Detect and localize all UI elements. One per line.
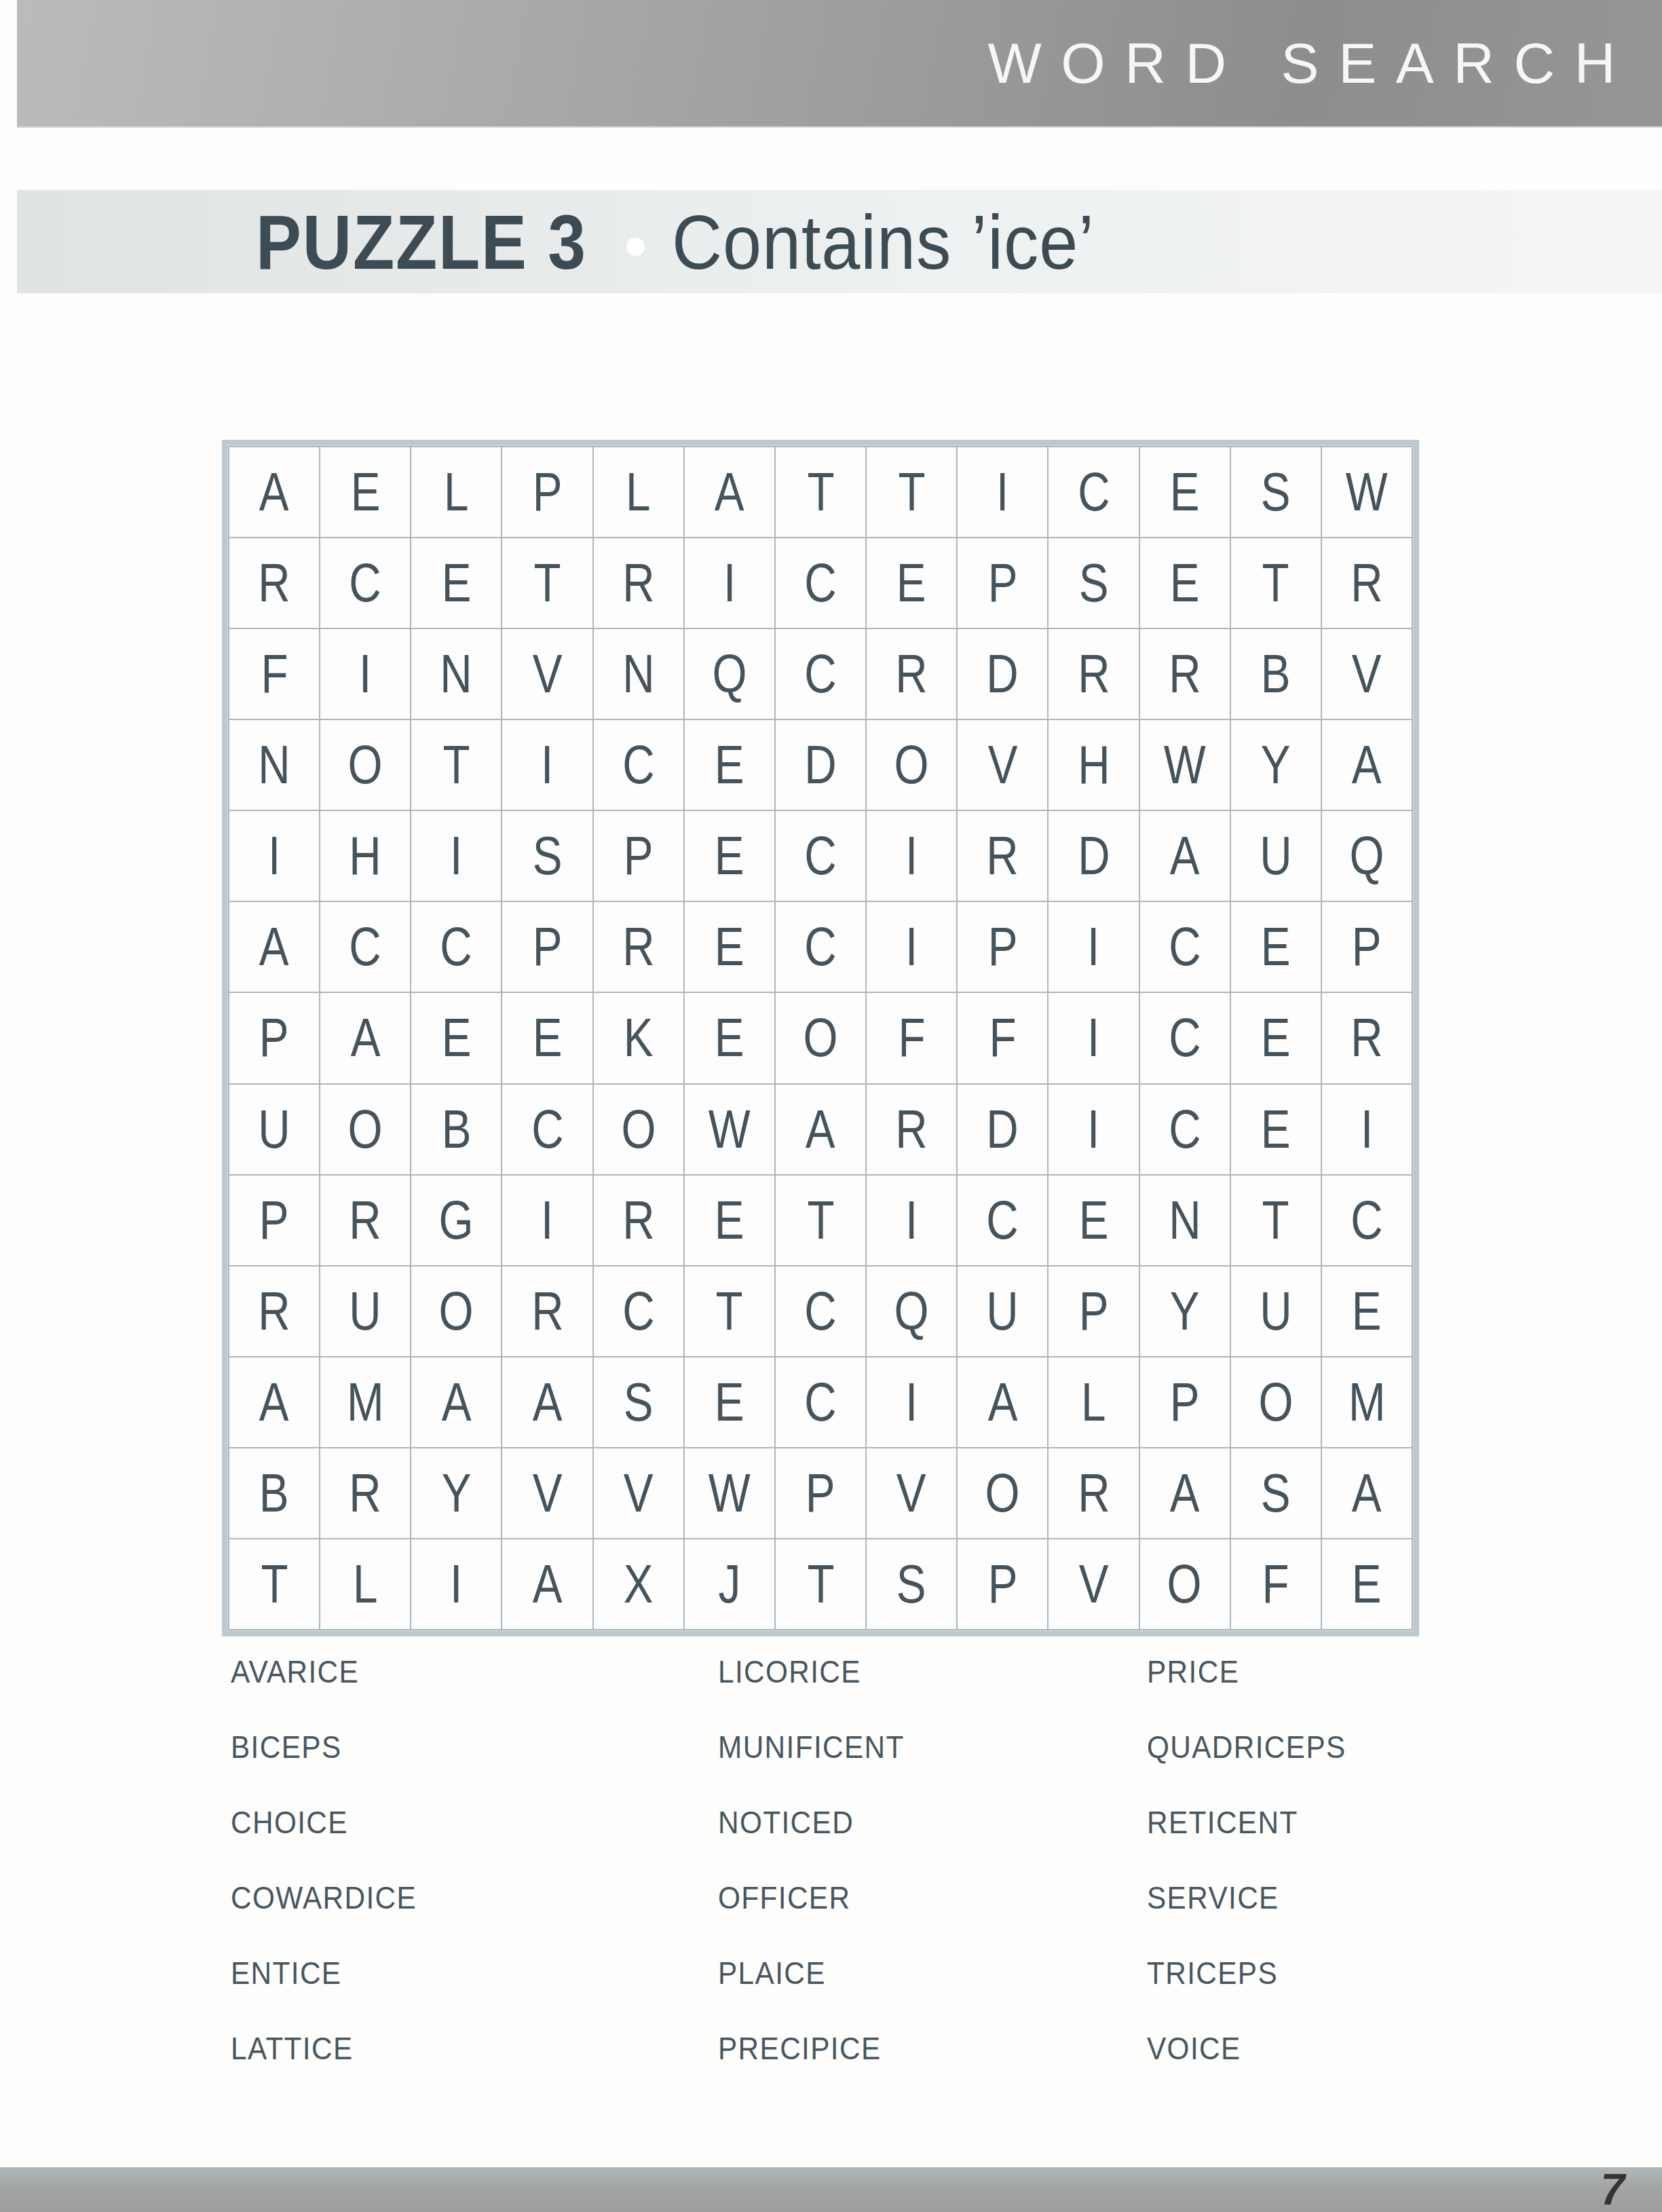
grid-cell[interactable]: A xyxy=(229,902,319,992)
grid-letter: B xyxy=(441,1102,471,1157)
word-label: TRICEPS xyxy=(1147,1957,1278,1989)
grid-letter: P xyxy=(1170,1375,1200,1429)
grid-letter: C xyxy=(1169,1102,1201,1157)
word-label: QUADRICEPS xyxy=(1147,1731,1346,1763)
grid-letter: R xyxy=(350,1466,381,1520)
grid-cell[interactable]: E xyxy=(685,811,774,901)
grid-cell[interactable]: C xyxy=(1140,1085,1230,1174)
grid-cell[interactable]: F xyxy=(229,629,319,719)
grid-letter: A xyxy=(533,1557,563,1611)
grid-cell[interactable]: I xyxy=(229,811,319,901)
grid-letter: R xyxy=(622,1193,654,1248)
grid-cell[interactable]: F xyxy=(867,993,956,1083)
grid-letter: E xyxy=(441,556,471,610)
grid-cell[interactable]: P xyxy=(958,902,1047,992)
grid-cell[interactable]: P xyxy=(958,1539,1047,1629)
grid-letter: I xyxy=(1087,1011,1099,1065)
grid-letter: A xyxy=(259,1375,289,1429)
grid-cell[interactable]: A xyxy=(1140,811,1230,901)
grid-cell[interactable]: U xyxy=(958,1267,1047,1356)
grid-letter: Y xyxy=(1170,1284,1200,1338)
grid-letter: T xyxy=(1262,1193,1289,1248)
grid-letter: P xyxy=(987,556,1017,610)
grid-cell[interactable]: N xyxy=(1140,1176,1230,1265)
grid-cell[interactable]: R xyxy=(320,1176,410,1265)
grid-letter: C xyxy=(1169,920,1201,974)
grid-letter: O xyxy=(439,1284,474,1338)
grid-cell[interactable]: W xyxy=(1140,720,1230,810)
grid-letter: F xyxy=(898,1011,925,1065)
grid-cell[interactable]: I xyxy=(958,447,1047,537)
grid-cell[interactable]: E xyxy=(320,447,410,537)
grid-cell[interactable]: C xyxy=(594,720,683,810)
grid-cell[interactable]: D xyxy=(1049,811,1138,901)
grid-cell[interactable]: P xyxy=(958,538,1047,628)
grid-cell[interactable]: C xyxy=(776,902,865,992)
grid-letter: V xyxy=(1079,1557,1109,1611)
grid-cell[interactable]: R xyxy=(1049,629,1138,719)
grid-cell[interactable]: C xyxy=(1049,447,1138,537)
grid-cell[interactable]: I xyxy=(411,811,501,901)
grid-letter: A xyxy=(533,1375,563,1429)
grid-letter: Q xyxy=(1349,829,1384,883)
grid-letter: F xyxy=(261,647,288,701)
word-item: QUADRICEPS xyxy=(1147,1731,1621,1807)
page-number: 7 xyxy=(1600,2168,1662,2211)
grid-cell[interactable]: T xyxy=(411,720,501,810)
grid-letter: G xyxy=(439,1193,474,1248)
word-label: MUNIFICENT xyxy=(718,1731,905,1763)
grid-letter: A xyxy=(350,1011,380,1065)
grid-letter: R xyxy=(531,1284,563,1338)
grid-cell[interactable]: Q xyxy=(1322,811,1412,901)
grid-cell[interactable]: T xyxy=(776,447,865,537)
grid-cell[interactable]: T xyxy=(1231,1176,1321,1265)
grid-letter: R xyxy=(895,647,927,701)
grid-cell[interactable]: L xyxy=(1049,1357,1138,1447)
grid-cell[interactable]: H xyxy=(1049,720,1138,810)
grid-letter: A xyxy=(1352,1466,1382,1520)
grid-letter: C xyxy=(1351,1193,1382,1248)
grid-cell[interactable]: S xyxy=(1049,538,1138,628)
grid-letter: P xyxy=(624,829,654,883)
grid-letter: U xyxy=(258,1102,290,1157)
word-label: NOTICED xyxy=(718,1807,854,1838)
grid-cell[interactable]: I xyxy=(411,1539,501,1629)
grid-letter: C xyxy=(350,920,381,974)
grid-cell[interactable]: E xyxy=(685,720,774,810)
grid-cell[interactable]: R xyxy=(594,1176,683,1265)
grid-cell[interactable]: T xyxy=(685,1267,774,1356)
grid-cell[interactable]: C xyxy=(1322,1176,1412,1265)
grid-cell[interactable]: J xyxy=(685,1539,774,1629)
grid-letter: H xyxy=(350,829,381,883)
word-item: SERVICE xyxy=(1147,1882,1621,1957)
grid-cell[interactable]: L xyxy=(411,447,501,537)
grid-cell[interactable]: S xyxy=(1231,1448,1321,1538)
word-item: BICEPS xyxy=(231,1731,718,1807)
grid-cell[interactable]: E xyxy=(867,538,956,628)
grid-cell[interactable]: C xyxy=(320,538,410,628)
grid-cell[interactable]: A xyxy=(229,447,319,537)
grid-cell[interactable]: E xyxy=(685,993,774,1083)
word-label: PRICE xyxy=(1147,1656,1239,1687)
grid-cell[interactable]: E xyxy=(1322,1267,1412,1356)
grid-cell[interactable]: A xyxy=(502,1539,592,1629)
grid-cell[interactable]: E xyxy=(1231,1085,1321,1174)
grid-cell[interactable]: K xyxy=(594,993,683,1083)
grid-cell[interactable]: V xyxy=(867,1448,956,1538)
grid-cell[interactable]: R xyxy=(1322,538,1412,628)
word-label: COWARDICE xyxy=(231,1882,417,1913)
grid-cell[interactable]: G xyxy=(411,1176,501,1265)
grid-cell[interactable]: T xyxy=(867,447,956,537)
grid-cell[interactable]: Y xyxy=(411,1448,501,1538)
grid-cell[interactable]: B xyxy=(1231,629,1321,719)
word-item: RETICENT xyxy=(1147,1807,1621,1882)
grid-cell[interactable]: D xyxy=(958,1085,1047,1174)
grid-cell[interactable]: O xyxy=(776,993,865,1083)
grid-cell[interactable]: R xyxy=(320,1448,410,1538)
grid-letter: A xyxy=(1352,738,1382,792)
grid-cell[interactable]: E xyxy=(1140,538,1230,628)
grid-cell[interactable]: U xyxy=(229,1085,319,1174)
grid-cell[interactable]: E xyxy=(502,993,592,1083)
grid-letter: C xyxy=(804,647,836,701)
grid-cell[interactable]: C xyxy=(776,1267,865,1356)
grid-letter: B xyxy=(259,1466,289,1520)
grid-letter: P xyxy=(533,465,563,519)
grid-letter: O xyxy=(985,1466,1020,1520)
grid-letter: P xyxy=(533,920,563,974)
word-item: LICORICE xyxy=(718,1656,1147,1731)
grid-letter: E xyxy=(1261,920,1291,974)
grid-cell[interactable]: T xyxy=(776,1539,865,1629)
grid-letter: A xyxy=(259,920,289,974)
grid-letter: T xyxy=(442,738,470,792)
grid-letter: E xyxy=(350,465,380,519)
grid-cell[interactable]: I xyxy=(502,720,592,810)
grid-cell[interactable]: O xyxy=(594,1085,683,1174)
grid-cell[interactable]: H xyxy=(320,811,410,901)
grid-letter: L xyxy=(626,465,650,519)
grid-letter: I xyxy=(1087,1102,1099,1157)
grid-cell[interactable]: V xyxy=(1049,1539,1138,1629)
grid-cell[interactable]: R xyxy=(594,902,683,992)
grid-cell[interactable]: Q xyxy=(685,629,774,719)
grid-cell[interactable]: A xyxy=(1322,1448,1412,1538)
grid-letter: A xyxy=(987,1375,1017,1429)
grid-cell[interactable]: C xyxy=(1140,902,1230,992)
grid-cell[interactable]: F xyxy=(1231,1539,1321,1629)
grid-cell[interactable]: C xyxy=(776,1357,865,1447)
grid-letter: X xyxy=(624,1557,654,1611)
grid-letter: W xyxy=(1346,465,1388,519)
grid-cell[interactable]: L xyxy=(594,447,683,537)
word-label: OFFICER xyxy=(718,1882,850,1913)
grid-cell[interactable]: T xyxy=(229,1539,319,1629)
grid-cell[interactable]: W xyxy=(1322,447,1412,537)
grid-cell[interactable]: Y xyxy=(1140,1267,1230,1356)
grid-cell[interactable]: O xyxy=(1140,1539,1230,1629)
grid-cell[interactable]: C xyxy=(320,902,410,992)
grid-letter: C xyxy=(1078,465,1110,519)
grid-cell[interactable]: I xyxy=(685,538,774,628)
grid-cell[interactable]: P xyxy=(594,811,683,901)
grid-cell[interactable]: I xyxy=(867,902,956,992)
grid-cell[interactable]: E xyxy=(685,1357,774,1447)
grid-letter: I xyxy=(1087,920,1099,974)
grid-cell[interactable]: Q xyxy=(867,1267,956,1356)
grid-letter: O xyxy=(1167,1557,1202,1611)
grid-letter: Y xyxy=(441,1466,471,1520)
grid-cell[interactable]: O xyxy=(867,720,956,810)
grid-cell[interactable]: O xyxy=(958,1448,1047,1538)
grid-letter: E xyxy=(1352,1284,1382,1338)
grid-cell[interactable]: W xyxy=(685,1448,774,1538)
grid-letter: R xyxy=(1351,1011,1382,1065)
header-bar: WORD SEARCH xyxy=(17,0,1662,126)
grid-letter: O xyxy=(1258,1375,1293,1429)
grid-cell[interactable]: E xyxy=(411,993,501,1083)
grid-letter: I xyxy=(905,920,918,974)
grid-cell[interactable]: L xyxy=(320,1539,410,1629)
grid-letter: P xyxy=(987,920,1017,974)
word-label: LICORICE xyxy=(718,1656,861,1687)
grid-cell[interactable]: A xyxy=(776,1085,865,1174)
title-separator-dot-icon xyxy=(626,238,645,256)
grid-cell[interactable]: R xyxy=(1049,1448,1138,1538)
grid-cell[interactable]: E xyxy=(685,902,774,992)
grid-cell[interactable]: S xyxy=(867,1539,956,1629)
grid-cell[interactable]: R xyxy=(594,538,683,628)
grid-cell[interactable]: E xyxy=(1140,447,1230,537)
grid-letter: E xyxy=(715,1375,744,1429)
grid-letter: A xyxy=(1170,1466,1200,1520)
grid-letter: V xyxy=(533,1466,563,1520)
grid-cell[interactable]: C xyxy=(502,1085,592,1174)
grid-cell[interactable]: M xyxy=(1322,1357,1412,1447)
grid-letter: N xyxy=(258,738,290,792)
grid-cell[interactable]: C xyxy=(776,538,865,628)
word-item: LATTICE xyxy=(231,2033,718,2108)
grid-cell[interactable]: V xyxy=(1322,629,1412,719)
grid-cell[interactable]: E xyxy=(1049,1176,1138,1265)
grid-letter: A xyxy=(441,1375,471,1429)
grid-cell[interactable]: R xyxy=(1322,993,1412,1083)
grid-cell[interactable]: V xyxy=(958,720,1047,810)
grid-letter: L xyxy=(1081,1375,1106,1429)
grid-cell[interactable]: U xyxy=(1231,811,1321,901)
grid-cell[interactable]: A xyxy=(320,993,410,1083)
grid-letter: R xyxy=(350,1193,381,1248)
grid-cell[interactable]: A xyxy=(1322,720,1412,810)
grid-letter: D xyxy=(1078,829,1110,883)
grid-cell[interactable]: R xyxy=(502,1267,592,1356)
grid-cell[interactable]: P xyxy=(1049,1267,1138,1356)
word-label: VOICE xyxy=(1147,2033,1241,2064)
grid-cell[interactable]: A xyxy=(411,1357,501,1447)
grid-cell[interactable]: E xyxy=(1322,1539,1412,1629)
grid-cell[interactable]: C xyxy=(776,811,865,901)
grid-letter: T xyxy=(807,465,834,519)
grid-cell[interactable]: I xyxy=(867,811,956,901)
grid-cell[interactable]: I xyxy=(1049,993,1138,1083)
grid-letter: V xyxy=(987,738,1017,792)
grid-letter: P xyxy=(987,1557,1017,1611)
word-item: PRICE xyxy=(1147,1656,1621,1731)
grid-letter: A xyxy=(806,1102,835,1157)
grid-cell[interactable]: C xyxy=(1140,993,1230,1083)
grid-cell[interactable]: S xyxy=(1231,447,1321,537)
grid-cell[interactable]: E xyxy=(1231,902,1321,992)
grid-letter: E xyxy=(1352,1557,1382,1611)
grid-cell[interactable]: I xyxy=(867,1357,956,1447)
word-label: AVARICE xyxy=(231,1656,359,1687)
grid-cell[interactable]: V xyxy=(502,1448,592,1538)
grid-cell[interactable]: C xyxy=(411,902,501,992)
word-list-column-3: PRICEQUADRICEPSRETICENTSERVICETRICEPSVOI… xyxy=(1147,1656,1621,2108)
grid-cell[interactable]: P xyxy=(229,993,319,1083)
grid-cell[interactable]: I xyxy=(1049,1085,1138,1174)
grid-cell[interactable]: P xyxy=(1140,1357,1230,1447)
grid-cell[interactable]: D xyxy=(776,720,865,810)
grid-letter: V xyxy=(1352,647,1382,701)
grid-letter: R xyxy=(258,1284,290,1338)
grid-letter: N xyxy=(1169,1193,1201,1248)
word-label: ENTICE xyxy=(231,1957,341,1989)
grid-letter: N xyxy=(622,647,654,701)
grid-letter: T xyxy=(261,1557,288,1611)
grid-letter: E xyxy=(1170,465,1200,519)
grid-cell[interactable]: F xyxy=(958,993,1047,1083)
grid-letter: K xyxy=(624,1011,654,1065)
grid-cell[interactable]: R xyxy=(229,538,319,628)
grid-cell[interactable]: W xyxy=(685,1085,774,1174)
grid-cell[interactable]: I xyxy=(867,1176,956,1265)
word-label: BICEPS xyxy=(231,1731,342,1763)
grid-cell[interactable]: A xyxy=(502,1357,592,1447)
grid-cell[interactable]: N xyxy=(594,629,683,719)
grid-letter: Q xyxy=(894,1284,929,1338)
grid-cell[interactable]: U xyxy=(320,1267,410,1356)
grid-letter: A xyxy=(715,465,744,519)
word-item: COWARDICE xyxy=(231,1882,718,1957)
grid-cell[interactable]: P xyxy=(229,1176,319,1265)
grid-cell[interactable]: X xyxy=(594,1539,683,1629)
grid-cell[interactable]: C xyxy=(776,629,865,719)
grid-letter: W xyxy=(709,1466,751,1520)
grid-cell[interactable]: C xyxy=(958,1176,1047,1265)
grid-letter: E xyxy=(441,1011,471,1065)
grid-cell[interactable]: R xyxy=(229,1267,319,1356)
grid-letter: E xyxy=(896,556,926,610)
grid-cell[interactable]: P xyxy=(1322,902,1412,992)
grid-cell[interactable]: P xyxy=(502,447,592,537)
grid-cell[interactable]: M xyxy=(320,1357,410,1447)
grid-cell[interactable]: N xyxy=(229,720,319,810)
grid-cell[interactable]: I xyxy=(502,1176,592,1265)
grid-cell[interactable]: A xyxy=(958,1357,1047,1447)
grid-cell[interactable]: T xyxy=(1231,538,1321,628)
grid-cell[interactable]: E xyxy=(1231,993,1321,1083)
grid-letter: S xyxy=(896,1557,926,1611)
grid-letter: I xyxy=(268,829,280,883)
grid-cell[interactable]: S xyxy=(594,1357,683,1447)
grid-cell[interactable]: E xyxy=(685,1176,774,1265)
grid-cell[interactable]: O xyxy=(320,1085,410,1174)
grid-cell[interactable]: I xyxy=(1049,902,1138,992)
word-item: CHOICE xyxy=(231,1807,718,1882)
grid-cell[interactable]: R xyxy=(1140,629,1230,719)
grid-cell[interactable]: I xyxy=(320,629,410,719)
grid-cell[interactable]: O xyxy=(320,720,410,810)
grid-letter: L xyxy=(444,465,468,519)
grid-cell[interactable]: U xyxy=(1231,1267,1321,1356)
grid-letter: C xyxy=(804,920,836,974)
grid-cell[interactable]: V xyxy=(502,629,592,719)
grid-cell[interactable]: A xyxy=(229,1357,319,1447)
grid-letter: Y xyxy=(1261,738,1291,792)
grid-cell[interactable]: T xyxy=(502,538,592,628)
grid-cell[interactable]: V xyxy=(594,1448,683,1538)
word-label: PRECIPICE xyxy=(718,2033,882,2064)
word-label: PLAICE xyxy=(718,1957,826,1989)
grid-letter: D xyxy=(804,738,836,792)
grid-cell[interactable]: N xyxy=(411,629,501,719)
grid-cell[interactable]: O xyxy=(411,1267,501,1356)
grid-letter: O xyxy=(621,1102,656,1157)
grid-letter: I xyxy=(996,465,1008,519)
grid-letter: W xyxy=(1164,738,1206,792)
grid-cell[interactable]: E xyxy=(411,538,501,628)
grid-letter: E xyxy=(715,738,744,792)
grid-letter: F xyxy=(1262,1557,1289,1611)
grid-cell[interactable]: A xyxy=(685,447,774,537)
grid-cell[interactable]: R xyxy=(867,629,956,719)
grid-cell[interactable]: S xyxy=(502,811,592,901)
grid-letter: E xyxy=(1170,556,1200,610)
grid-cell[interactable]: D xyxy=(958,629,1047,719)
grid-letter: I xyxy=(1361,1102,1373,1157)
grid-cell[interactable]: I xyxy=(1322,1085,1412,1174)
grid-letter: R xyxy=(1078,1466,1110,1520)
grid-cell[interactable]: O xyxy=(1231,1357,1321,1447)
grid-cell[interactable]: P xyxy=(502,902,592,992)
grid-letter: R xyxy=(895,1102,927,1157)
grid-cell[interactable]: B xyxy=(229,1448,319,1538)
grid-letter: P xyxy=(806,1466,835,1520)
grid-letter: B xyxy=(1261,647,1291,701)
grid-letter: E xyxy=(1079,1193,1109,1248)
grid-cell[interactable]: T xyxy=(776,1176,865,1265)
grid-cell[interactable]: P xyxy=(776,1448,865,1538)
grid-letter: C xyxy=(987,1193,1019,1248)
grid-letter: U xyxy=(350,1284,381,1338)
word-search-grid: AELPLATTICESWRCETRICEPSETRFINVNQCRDRRBVN… xyxy=(222,440,1419,1636)
grid-cell[interactable]: B xyxy=(411,1085,501,1174)
grid-cell[interactable]: R xyxy=(867,1085,956,1174)
grid-letter: R xyxy=(987,829,1019,883)
word-label: CHOICE xyxy=(231,1807,348,1838)
grid-cell[interactable]: R xyxy=(958,811,1047,901)
word-item: AVARICE xyxy=(231,1656,718,1731)
grid-letter: I xyxy=(905,1375,918,1429)
grid-cell[interactable]: C xyxy=(594,1267,683,1356)
grid-cell[interactable]: Y xyxy=(1231,720,1321,810)
grid-letter: H xyxy=(1078,738,1110,792)
grid-cell[interactable]: A xyxy=(1140,1448,1230,1538)
